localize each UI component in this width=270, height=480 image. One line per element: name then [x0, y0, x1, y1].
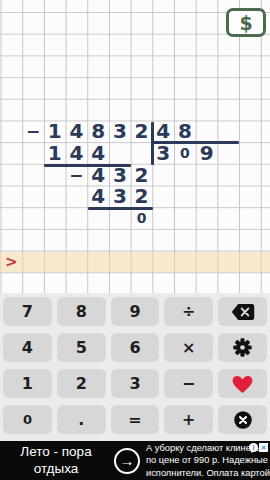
gear-icon [232, 337, 253, 358]
prompt-chevron-icon: > [5, 255, 18, 270]
division-digit: 0 [174, 142, 196, 164]
key-plus[interactable]: + [164, 405, 213, 434]
division-minus-sign: − [22, 121, 44, 143]
right-arrow-icon: → [120, 452, 135, 469]
key-3[interactable]: 3 [111, 369, 160, 398]
division-minus-sign: − [66, 164, 88, 186]
arrow-circle-icon: → [114, 448, 140, 474]
input-prompt-row[interactable]: > [0, 252, 270, 273]
backspace-icon [231, 303, 255, 321]
key-equals[interactable]: = [111, 405, 160, 434]
key-4[interactable]: 4 [3, 333, 52, 362]
division-digit: 4 [66, 142, 88, 164]
ad-badges: i × [249, 443, 268, 452]
division-digit: 8 [174, 121, 196, 143]
keypad: 789÷456×123−0.=+ [0, 293, 270, 441]
key-0[interactable]: 0 [3, 405, 52, 434]
key-multiply[interactable]: × [164, 333, 213, 362]
division-work: −1483248144309−4324320 [0, 0, 270, 293]
division-digit: 3 [109, 164, 131, 186]
key-favorite[interactable] [218, 369, 267, 398]
ad-headline-line2: отдыха [0, 461, 112, 478]
subtraction-line-2 [88, 207, 153, 210]
ad-headline-line1: Лето - пора [0, 444, 112, 461]
division-digit: 3 [109, 186, 131, 208]
ad-banner[interactable]: Лето - пора отдыха → А уборку сделают кл… [0, 441, 270, 480]
key-divide[interactable]: ÷ [164, 297, 213, 326]
division-digit: 4 [87, 142, 109, 164]
key-8[interactable]: 8 [57, 297, 106, 326]
subtraction-line-1 [44, 164, 131, 167]
key-6[interactable]: 6 [111, 333, 160, 362]
division-digit: 4 [87, 186, 109, 208]
division-digit: 4 [66, 121, 88, 143]
key-clear[interactable] [218, 405, 267, 434]
key-2[interactable]: 2 [57, 369, 106, 398]
division-digit: 2 [131, 186, 153, 208]
key-9[interactable]: 9 [111, 297, 160, 326]
division-digit: 2 [131, 121, 153, 143]
ad-headline: Лето - пора отдыха [0, 444, 112, 478]
key-1[interactable]: 1 [3, 369, 52, 398]
key-decimal[interactable]: . [57, 405, 106, 434]
key-minus[interactable]: − [164, 369, 213, 398]
divisor-underline [152, 141, 239, 144]
ad-info-icon[interactable]: i [249, 443, 258, 452]
heart-icon [231, 374, 254, 394]
division-digit: 2 [131, 164, 153, 186]
division-digit: 4 [87, 164, 109, 186]
division-digit: 8 [87, 121, 109, 143]
division-digit: 0 [131, 207, 153, 229]
key-5[interactable]: 5 [57, 333, 106, 362]
ad-body-line3: исполнители. Оплата картой [146, 467, 270, 479]
ad-body-line2: по цене от 990 р. Надежные [146, 454, 270, 466]
division-digit: 1 [44, 121, 66, 143]
app-screen: $ −1483248144309−4324320 > 789÷456×123−0… [0, 0, 270, 480]
ad-close-icon[interactable]: × [259, 443, 268, 452]
division-digit: 3 [152, 142, 174, 164]
division-digit: 3 [109, 121, 131, 143]
clear-icon [233, 410, 253, 430]
key-settings[interactable] [218, 333, 267, 362]
key-7[interactable]: 7 [3, 297, 52, 326]
division-digit: 4 [152, 121, 174, 143]
division-digit: 1 [44, 142, 66, 164]
key-backspace[interactable] [218, 297, 267, 326]
division-digit: 9 [196, 142, 218, 164]
